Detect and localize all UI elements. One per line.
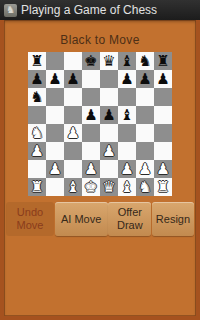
- square-c3[interactable]: [64, 142, 82, 160]
- square-c7[interactable]: ♟: [64, 70, 82, 88]
- white-knight: ♞: [138, 180, 151, 195]
- square-f6[interactable]: [118, 88, 136, 106]
- black-king: ♚: [84, 54, 97, 69]
- square-e2[interactable]: [100, 160, 118, 178]
- square-h6[interactable]: [154, 88, 172, 106]
- square-h5[interactable]: [154, 106, 172, 124]
- offer-draw-button[interactable]: Offer Draw: [108, 202, 151, 236]
- square-d7[interactable]: [82, 70, 100, 88]
- black-bishop: ♝: [120, 54, 133, 69]
- square-e6[interactable]: [100, 88, 118, 106]
- square-g2[interactable]: ♟: [136, 160, 154, 178]
- square-h1[interactable]: ♜: [154, 178, 172, 196]
- white-rook: ♜: [30, 180, 43, 195]
- black-knight: ♞: [30, 90, 43, 105]
- turn-indicator: Black to Move: [4, 33, 196, 47]
- white-pawn: ♟: [30, 144, 43, 159]
- square-f8[interactable]: ♝: [118, 52, 136, 70]
- square-e1[interactable]: ♛: [100, 178, 118, 196]
- square-b8[interactable]: [46, 52, 64, 70]
- game-panel: Black to Move ♜♚♛♝♞♜♟♟♟♟♟♟♞♟♟♝♞♟♟♟♟♟♟♟♟♜…: [0, 20, 200, 320]
- black-pawn: ♟: [66, 72, 79, 87]
- square-c4[interactable]: ♟: [64, 124, 82, 142]
- square-a2[interactable]: [28, 160, 46, 178]
- black-pawn: ♟: [138, 72, 151, 87]
- square-c6[interactable]: [64, 88, 82, 106]
- black-pawn: ♟: [84, 108, 97, 123]
- white-knight: ♞: [30, 126, 43, 141]
- black-bishop: ♝: [120, 108, 133, 123]
- square-f5[interactable]: ♝: [118, 106, 136, 124]
- white-king: ♚: [84, 180, 97, 195]
- square-b4[interactable]: [46, 124, 64, 142]
- square-d6[interactable]: [82, 88, 100, 106]
- square-e8[interactable]: ♛: [100, 52, 118, 70]
- white-pawn: ♟: [66, 126, 79, 141]
- square-d3[interactable]: [82, 142, 100, 160]
- square-g1[interactable]: ♞: [136, 178, 154, 196]
- white-pawn: ♟: [102, 144, 115, 159]
- black-knight: ♞: [138, 54, 151, 69]
- square-d1[interactable]: ♚: [82, 178, 100, 196]
- square-e5[interactable]: ♟: [100, 106, 118, 124]
- square-a4[interactable]: ♞: [28, 124, 46, 142]
- square-a5[interactable]: [28, 106, 46, 124]
- square-b6[interactable]: [46, 88, 64, 106]
- white-pawn: ♟: [120, 162, 133, 177]
- black-pawn: ♟: [30, 72, 43, 87]
- square-c5[interactable]: [64, 106, 82, 124]
- square-e4[interactable]: [100, 124, 118, 142]
- square-c1[interactable]: ♝: [64, 178, 82, 196]
- square-h7[interactable]: ♟: [154, 70, 172, 88]
- action-buttons: Undo MoveAI MoveOffer DrawResign: [6, 202, 194, 236]
- square-h2[interactable]: ♟: [154, 160, 172, 178]
- ai-move-button[interactable]: AI Move: [55, 202, 108, 236]
- black-rook: ♜: [156, 54, 169, 69]
- resign-button[interactable]: Resign: [152, 202, 194, 236]
- chess-board: ♜♚♛♝♞♜♟♟♟♟♟♟♞♟♟♝♞♟♟♟♟♟♟♟♟♜♝♚♛♝♞♜: [28, 52, 172, 196]
- square-a1[interactable]: ♜: [28, 178, 46, 196]
- white-bishop: ♝: [120, 180, 133, 195]
- square-c2[interactable]: [64, 160, 82, 178]
- square-b3[interactable]: [46, 142, 64, 160]
- square-a8[interactable]: ♜: [28, 52, 46, 70]
- black-queen: ♛: [102, 54, 115, 69]
- square-b1[interactable]: [46, 178, 64, 196]
- square-f3[interactable]: [118, 142, 136, 160]
- black-rook: ♜: [30, 54, 43, 69]
- white-queen: ♛: [102, 180, 115, 195]
- square-f7[interactable]: ♟: [118, 70, 136, 88]
- square-e7[interactable]: [100, 70, 118, 88]
- black-pawn: ♟: [102, 108, 115, 123]
- white-pawn: ♟: [138, 162, 151, 177]
- black-pawn: ♟: [156, 72, 169, 87]
- white-pawn: ♟: [84, 162, 97, 177]
- app-title: Playing a Game of Chess: [21, 3, 157, 17]
- chess-app-icon: ♞: [4, 4, 17, 17]
- square-h8[interactable]: ♜: [154, 52, 172, 70]
- title-bar: ♞ Playing a Game of Chess: [0, 0, 200, 20]
- square-e3[interactable]: ♟: [100, 142, 118, 160]
- undo-move-button[interactable]: Undo Move: [6, 202, 54, 236]
- white-pawn: ♟: [156, 162, 169, 177]
- white-pawn: ♟: [48, 162, 61, 177]
- square-g5[interactable]: [136, 106, 154, 124]
- square-d8[interactable]: ♚: [82, 52, 100, 70]
- square-f2[interactable]: ♟: [118, 160, 136, 178]
- square-b2[interactable]: ♟: [46, 160, 64, 178]
- square-g7[interactable]: ♟: [136, 70, 154, 88]
- square-d2[interactable]: ♟: [82, 160, 100, 178]
- app-window: ♞ Playing a Game of Chess Black to Move …: [0, 0, 200, 320]
- square-g6[interactable]: [136, 88, 154, 106]
- square-g4[interactable]: [136, 124, 154, 142]
- square-a7[interactable]: ♟: [28, 70, 46, 88]
- square-h4[interactable]: [154, 124, 172, 142]
- square-b7[interactable]: ♟: [46, 70, 64, 88]
- white-bishop: ♝: [66, 180, 79, 195]
- black-pawn: ♟: [48, 72, 61, 87]
- white-rook: ♜: [156, 180, 169, 195]
- black-pawn: ♟: [120, 72, 133, 87]
- square-d4[interactable]: [82, 124, 100, 142]
- square-b5[interactable]: [46, 106, 64, 124]
- square-a3[interactable]: ♟: [28, 142, 46, 160]
- square-g3[interactable]: [136, 142, 154, 160]
- square-f4[interactable]: [118, 124, 136, 142]
- square-g8[interactable]: ♞: [136, 52, 154, 70]
- square-c8[interactable]: [64, 52, 82, 70]
- square-a6[interactable]: ♞: [28, 88, 46, 106]
- square-d5[interactable]: ♟: [82, 106, 100, 124]
- square-f1[interactable]: ♝: [118, 178, 136, 196]
- square-h3[interactable]: [154, 142, 172, 160]
